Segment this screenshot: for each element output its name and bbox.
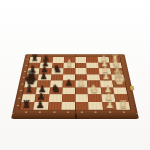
piece-black-bishop: ♝ <box>25 83 35 94</box>
square-f3: ♞ <box>88 87 101 94</box>
coordinate-mark <box>81 111 83 112</box>
board-front-edge <box>11 114 139 119</box>
coordinate-mark <box>19 90 21 91</box>
square-c6: ♞ <box>51 68 63 74</box>
square-h3 <box>88 102 102 110</box>
square-g5 <box>62 94 75 101</box>
piece-white-rook: ♜ <box>118 99 128 110</box>
coordinate-mark <box>21 83 23 84</box>
square-g6 <box>48 94 62 101</box>
board-frame: ♜♟♟♜♟♝♟♞♝♟♞♟♝♛♟♟♛♚♟♟♚♝♟♞♞♟♟♟♜♟♟♜ <box>12 54 138 114</box>
square-h6 <box>47 102 61 110</box>
square-e5: ♟ <box>62 81 75 88</box>
piece-white-king: ♚ <box>113 74 125 87</box>
piece-black-knight: ♞ <box>52 64 61 74</box>
square-e1: ♚ <box>112 81 126 88</box>
square-h4 <box>75 102 89 110</box>
square-g4 <box>75 94 88 101</box>
coordinate-mark <box>109 111 111 112</box>
coordinate-mark <box>67 111 69 112</box>
piece-black-rook: ♜ <box>22 99 32 110</box>
square-f5 <box>62 87 75 94</box>
coordinate-mark <box>53 111 55 112</box>
piece-white-pawn: ♟ <box>105 100 114 110</box>
square-f4 <box>75 87 88 94</box>
coordinate-mark <box>25 65 27 66</box>
coordinate-mark <box>26 59 28 60</box>
square-f6: ♞ <box>49 87 62 94</box>
piece-black-rook: ♜ <box>31 54 39 63</box>
coordinate-mark <box>123 111 125 112</box>
square-h8: ♜ <box>20 102 35 110</box>
square-f8: ♝ <box>23 87 37 94</box>
coordinate-mark <box>95 111 97 112</box>
scene: ♜♟♟♜♟♝♟♞♝♟♞♟♝♛♟♟♛♚♟♟♚♝♟♞♞♟♟♟♜♟♟♜ <box>11 0 139 119</box>
piece-black-pawn: ♟ <box>65 78 73 87</box>
square-h2: ♟ <box>102 102 117 110</box>
product-photo: ♜♟♟♜♟♝♟♞♝♟♞♟♝♛♟♟♛♚♟♟♚♝♟♞♞♟♟♟♜♟♟♜ <box>0 0 150 150</box>
piece-black-pawn: ♟ <box>36 100 45 110</box>
square-f1 <box>113 87 127 94</box>
piece-black-pawn: ♟ <box>40 72 48 81</box>
coordinate-mark <box>18 97 20 98</box>
square-g3 <box>88 94 102 101</box>
coordinate-mark <box>16 105 18 106</box>
square-h7: ♟ <box>34 102 49 110</box>
folding-chess-board: ♜♟♟♜♟♝♟♞♝♟♞♟♝♛♟♟♛♚♟♟♚♝♟♞♞♟♟♟♜♟♟♜ <box>11 54 139 119</box>
coordinate-mark <box>39 111 41 112</box>
brass-clasp-icon <box>130 86 134 90</box>
piece-black-knight: ♞ <box>51 83 61 94</box>
square-b5: ♝ <box>63 63 75 69</box>
square-h5 <box>61 102 75 110</box>
square-h1: ♜ <box>115 102 130 110</box>
square-e4: ♟ <box>75 81 88 88</box>
coordinate-mark <box>25 111 27 112</box>
piece-white-bishop: ♝ <box>65 58 74 68</box>
piece-white-knight: ♞ <box>90 83 100 94</box>
piece-white-pawn: ♟ <box>77 78 85 87</box>
piece-white-pawn: ♟ <box>102 72 110 81</box>
